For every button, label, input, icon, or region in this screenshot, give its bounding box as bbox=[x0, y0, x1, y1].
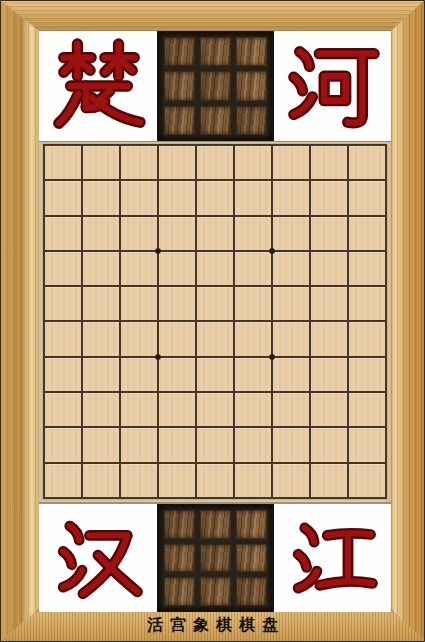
top-river-band bbox=[39, 31, 391, 142]
board-cell[interactable] bbox=[159, 322, 195, 355]
board-cell[interactable] bbox=[273, 146, 309, 179]
board-cell[interactable] bbox=[197, 146, 233, 179]
board-cell[interactable] bbox=[311, 181, 347, 214]
board-cell[interactable] bbox=[235, 287, 271, 320]
board-cell[interactable] bbox=[83, 146, 119, 179]
board-cell[interactable] bbox=[45, 393, 81, 426]
board-cell[interactable] bbox=[159, 428, 195, 461]
bottom-palace-slot bbox=[157, 504, 274, 612]
palace-cell[interactable] bbox=[164, 106, 195, 135]
board-cell[interactable] bbox=[235, 428, 271, 461]
palace-cell[interactable] bbox=[164, 544, 195, 573]
board-cell[interactable] bbox=[273, 322, 309, 355]
banner-bottom-right bbox=[274, 504, 392, 612]
board-cell[interactable] bbox=[45, 217, 81, 250]
board-cell[interactable] bbox=[83, 464, 119, 497]
board-cell[interactable] bbox=[197, 428, 233, 461]
board-caption: 活宫象棋棋盘 bbox=[0, 616, 425, 634]
board-cell[interactable] bbox=[197, 322, 233, 355]
board-cell[interactable] bbox=[311, 464, 347, 497]
board-cell[interactable] bbox=[197, 358, 233, 391]
frame-right-rail bbox=[391, 0, 425, 642]
board-cell[interactable] bbox=[159, 393, 195, 426]
board-cell[interactable] bbox=[311, 252, 347, 285]
board-content-area bbox=[39, 31, 391, 609]
board-cell[interactable] bbox=[83, 358, 119, 391]
frame-top-rail bbox=[0, 0, 425, 31]
board-cell[interactable] bbox=[121, 322, 157, 355]
board-cell[interactable] bbox=[311, 217, 347, 250]
banner-bottom-left bbox=[39, 504, 157, 612]
board-cell[interactable] bbox=[273, 287, 309, 320]
board-cell[interactable] bbox=[45, 252, 81, 285]
board-cell[interactable] bbox=[349, 322, 385, 355]
board-cell[interactable] bbox=[273, 217, 309, 250]
board-cell[interactable] bbox=[235, 322, 271, 355]
star-point bbox=[269, 354, 274, 359]
board-cell[interactable] bbox=[121, 393, 157, 426]
star-point bbox=[156, 354, 161, 359]
character-han-calligraphy bbox=[51, 511, 145, 605]
board-cell[interactable] bbox=[273, 428, 309, 461]
board-cell[interactable] bbox=[235, 393, 271, 426]
board-cell[interactable] bbox=[311, 393, 347, 426]
board-cell[interactable] bbox=[349, 393, 385, 426]
board-cell[interactable] bbox=[197, 217, 233, 250]
board-cell[interactable] bbox=[349, 428, 385, 461]
board-cell[interactable] bbox=[45, 464, 81, 497]
board-cell[interactable] bbox=[83, 287, 119, 320]
board-cell[interactable] bbox=[159, 252, 195, 285]
palace-cell[interactable] bbox=[236, 577, 267, 606]
board-cell[interactable] bbox=[45, 146, 81, 179]
board-cell[interactable] bbox=[349, 464, 385, 497]
board-cell[interactable] bbox=[311, 358, 347, 391]
board-cell[interactable] bbox=[197, 464, 233, 497]
board-cell[interactable] bbox=[121, 181, 157, 214]
board-cell[interactable] bbox=[159, 287, 195, 320]
banner-top-left bbox=[39, 31, 157, 141]
board-cell[interactable] bbox=[121, 217, 157, 250]
board-cell[interactable] bbox=[159, 464, 195, 497]
board-cell[interactable] bbox=[159, 358, 195, 391]
board-cell[interactable] bbox=[45, 358, 81, 391]
palace-cell[interactable] bbox=[200, 37, 231, 66]
board-cell[interactable] bbox=[273, 358, 309, 391]
board-cell[interactable] bbox=[121, 358, 157, 391]
palace-cell[interactable] bbox=[164, 37, 195, 66]
board-cell[interactable] bbox=[83, 217, 119, 250]
board-cell[interactable] bbox=[121, 287, 157, 320]
board-cell[interactable] bbox=[349, 217, 385, 250]
board-cell[interactable] bbox=[121, 252, 157, 285]
board-cell[interactable] bbox=[197, 252, 233, 285]
character-jiang-calligraphy bbox=[285, 511, 379, 605]
board-cell[interactable] bbox=[83, 181, 119, 214]
board-cell[interactable] bbox=[83, 393, 119, 426]
palace-cell[interactable] bbox=[164, 71, 195, 100]
board-cell[interactable] bbox=[235, 217, 271, 250]
board-cell[interactable] bbox=[45, 181, 81, 214]
palace-cell[interactable] bbox=[200, 544, 231, 573]
frame-left-rail bbox=[0, 0, 39, 642]
board-cell[interactable] bbox=[235, 181, 271, 214]
character-he-calligraphy bbox=[283, 37, 381, 135]
board-cell[interactable] bbox=[273, 464, 309, 497]
board-grid[interactable] bbox=[43, 144, 387, 499]
board-cell[interactable] bbox=[235, 358, 271, 391]
bottom-palace-grid bbox=[157, 504, 274, 612]
star-point bbox=[156, 249, 161, 254]
palace-cell[interactable] bbox=[236, 510, 267, 539]
board-section bbox=[39, 142, 391, 502]
character-chu-calligraphy bbox=[49, 37, 147, 135]
board-cell[interactable] bbox=[121, 428, 157, 461]
palace-cell[interactable] bbox=[200, 510, 231, 539]
board-cell[interactable] bbox=[311, 322, 347, 355]
board-cell[interactable] bbox=[273, 393, 309, 426]
top-palace-slot bbox=[157, 31, 274, 141]
board-cell[interactable] bbox=[45, 287, 81, 320]
board-cell[interactable] bbox=[311, 146, 347, 179]
board-cell[interactable] bbox=[197, 393, 233, 426]
palace-cell[interactable] bbox=[236, 37, 267, 66]
board-cell[interactable] bbox=[273, 181, 309, 214]
board-cell[interactable] bbox=[121, 146, 157, 179]
board-cell[interactable] bbox=[159, 146, 195, 179]
xiangqi-board-photo: 活宫象棋棋盘 bbox=[0, 0, 425, 642]
board-cell[interactable] bbox=[349, 181, 385, 214]
palace-cell[interactable] bbox=[236, 544, 267, 573]
board-cell[interactable] bbox=[83, 428, 119, 461]
palace-cell[interactable] bbox=[200, 71, 231, 100]
board-cell[interactable] bbox=[197, 181, 233, 214]
palace-cell[interactable] bbox=[164, 510, 195, 539]
top-palace-grid bbox=[157, 31, 274, 141]
board-cell[interactable] bbox=[311, 287, 347, 320]
board-cell[interactable] bbox=[349, 358, 385, 391]
board-cell[interactable] bbox=[45, 322, 81, 355]
board-cell[interactable] bbox=[159, 181, 195, 214]
palace-cell[interactable] bbox=[200, 577, 231, 606]
banner-top-right bbox=[274, 31, 392, 141]
board-cell[interactable] bbox=[235, 464, 271, 497]
board-cell[interactable] bbox=[159, 217, 195, 250]
star-point bbox=[269, 249, 274, 254]
board-cell[interactable] bbox=[235, 146, 271, 179]
board-cell[interactable] bbox=[83, 322, 119, 355]
board-cell[interactable] bbox=[349, 287, 385, 320]
board-cell[interactable] bbox=[349, 252, 385, 285]
palace-cell[interactable] bbox=[200, 106, 231, 135]
board-cell[interactable] bbox=[311, 428, 347, 461]
board-cell[interactable] bbox=[197, 287, 233, 320]
palace-cell[interactable] bbox=[236, 106, 267, 135]
board-cell[interactable] bbox=[349, 146, 385, 179]
board-cell[interactable] bbox=[121, 464, 157, 497]
board-cell[interactable] bbox=[83, 252, 119, 285]
board-cell[interactable] bbox=[235, 252, 271, 285]
bottom-river-band bbox=[39, 502, 391, 612]
board-cell[interactable] bbox=[273, 252, 309, 285]
palace-cell[interactable] bbox=[164, 577, 195, 606]
palace-cell[interactable] bbox=[236, 71, 267, 100]
board-cell[interactable] bbox=[45, 428, 81, 461]
